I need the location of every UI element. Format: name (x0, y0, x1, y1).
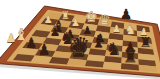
chess-board (0, 0, 160, 79)
chess-photo-scene: ♜♚♛♟♟♟♞♟♝♟♟♟♟♜♞♝♟♟♛♞♟♚♜♟♝♟ (0, 0, 160, 79)
